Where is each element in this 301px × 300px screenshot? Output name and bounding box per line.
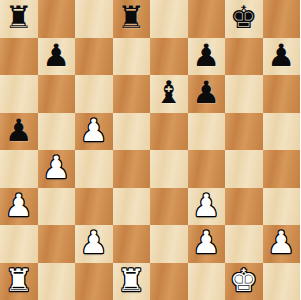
square-c1[interactable]	[75, 263, 113, 300]
square-h1[interactable]	[263, 263, 301, 300]
black-pawn: ♟	[267, 40, 295, 71]
square-c2[interactable]: ♟	[75, 225, 113, 263]
square-d8[interactable]: ♜	[113, 0, 151, 38]
square-h7[interactable]: ♟	[263, 38, 301, 76]
square-a7[interactable]	[0, 38, 38, 76]
white-king: ♚	[230, 265, 258, 296]
square-c7[interactable]	[75, 38, 113, 76]
square-e2[interactable]	[150, 225, 188, 263]
square-b2[interactable]	[38, 225, 76, 263]
square-f7[interactable]: ♟	[188, 38, 226, 76]
square-a5[interactable]: ♟	[0, 113, 38, 151]
black-pawn: ♟	[5, 115, 33, 146]
square-b8[interactable]	[38, 0, 76, 38]
white-pawn: ♟	[192, 227, 220, 258]
white-pawn: ♟	[80, 115, 108, 146]
square-h4[interactable]	[263, 150, 301, 188]
square-g1[interactable]: ♚	[225, 263, 263, 300]
square-a2[interactable]	[0, 225, 38, 263]
square-f5[interactable]	[188, 113, 226, 151]
square-e8[interactable]	[150, 0, 188, 38]
square-g4[interactable]	[225, 150, 263, 188]
white-rook: ♜	[117, 265, 145, 296]
square-b6[interactable]	[38, 75, 76, 113]
square-d6[interactable]	[113, 75, 151, 113]
square-b3[interactable]	[38, 188, 76, 226]
white-pawn: ♟	[267, 227, 295, 258]
square-c6[interactable]	[75, 75, 113, 113]
square-d1[interactable]: ♜	[113, 263, 151, 300]
black-pawn: ♟	[192, 40, 220, 71]
white-pawn: ♟	[42, 152, 70, 183]
square-g2[interactable]	[225, 225, 263, 263]
square-f2[interactable]: ♟	[188, 225, 226, 263]
square-h2[interactable]: ♟	[263, 225, 301, 263]
square-g7[interactable]	[225, 38, 263, 76]
square-d5[interactable]	[113, 113, 151, 151]
square-e1[interactable]	[150, 263, 188, 300]
square-h6[interactable]	[263, 75, 301, 113]
square-f4[interactable]	[188, 150, 226, 188]
square-a4[interactable]	[0, 150, 38, 188]
black-pawn: ♟	[42, 40, 70, 71]
chess-board: ♜♜♚♟♟♟♝♟♟♟♟♟♟♟♟♟♜♜♚	[0, 0, 300, 300]
square-d7[interactable]	[113, 38, 151, 76]
black-rook: ♜	[117, 2, 145, 33]
square-d4[interactable]	[113, 150, 151, 188]
black-rook: ♜	[5, 2, 33, 33]
square-g8[interactable]: ♚	[225, 0, 263, 38]
square-g5[interactable]	[225, 113, 263, 151]
square-a6[interactable]	[0, 75, 38, 113]
square-f6[interactable]: ♟	[188, 75, 226, 113]
square-a1[interactable]: ♜	[0, 263, 38, 300]
square-c3[interactable]	[75, 188, 113, 226]
square-c8[interactable]	[75, 0, 113, 38]
square-c5[interactable]: ♟	[75, 113, 113, 151]
square-b4[interactable]: ♟	[38, 150, 76, 188]
square-f1[interactable]	[188, 263, 226, 300]
square-e3[interactable]	[150, 188, 188, 226]
square-e7[interactable]	[150, 38, 188, 76]
square-f3[interactable]: ♟	[188, 188, 226, 226]
square-e4[interactable]	[150, 150, 188, 188]
square-d2[interactable]	[113, 225, 151, 263]
black-bishop: ♝	[155, 77, 183, 108]
square-d3[interactable]	[113, 188, 151, 226]
white-pawn: ♟	[80, 227, 108, 258]
black-king: ♚	[230, 2, 258, 33]
square-e5[interactable]	[150, 113, 188, 151]
square-h5[interactable]	[263, 113, 301, 151]
square-g3[interactable]	[225, 188, 263, 226]
square-h3[interactable]	[263, 188, 301, 226]
square-b7[interactable]: ♟	[38, 38, 76, 76]
square-h8[interactable]	[263, 0, 301, 38]
square-b5[interactable]	[38, 113, 76, 151]
black-pawn: ♟	[192, 77, 220, 108]
white-rook: ♜	[5, 265, 33, 296]
square-c4[interactable]	[75, 150, 113, 188]
square-a3[interactable]: ♟	[0, 188, 38, 226]
square-b1[interactable]	[38, 263, 76, 300]
white-pawn: ♟	[5, 190, 33, 221]
square-g6[interactable]	[225, 75, 263, 113]
square-e6[interactable]: ♝	[150, 75, 188, 113]
white-pawn: ♟	[192, 190, 220, 221]
square-f8[interactable]	[188, 0, 226, 38]
square-a8[interactable]: ♜	[0, 0, 38, 38]
